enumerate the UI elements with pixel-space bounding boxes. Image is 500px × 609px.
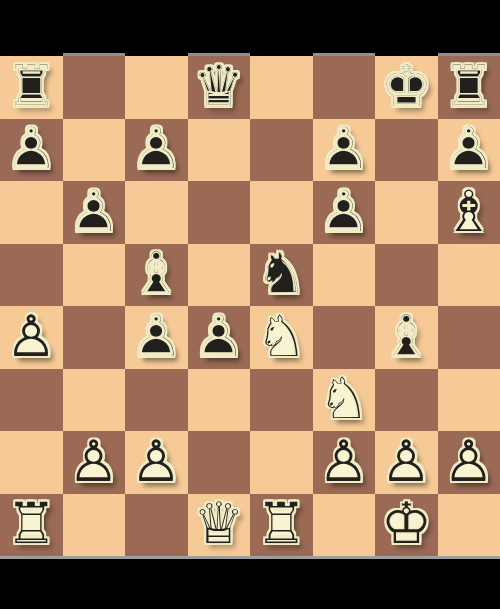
square-c1[interactable] (125, 494, 188, 557)
black-bishop-icon: ♝ (375, 305, 438, 368)
chess-app-screen: ♜♖♛♕♚♔♜♖♟♙♟♙♟♙♟♙♟♙♟♙♝♗♝♗♞♘♟♙♟♙♟♙♞♘♝♗♞♘♟♙… (0, 0, 500, 609)
square-e6[interactable] (250, 181, 313, 244)
piece-white-rook-e1[interactable]: ♜♖ (250, 494, 313, 557)
white-pawn-icon: ♟ (375, 430, 438, 493)
black-pawn-detail-icon: ♙ (188, 305, 251, 368)
bottom-black-bar (0, 559, 500, 609)
black-king-icon: ♚ (375, 55, 438, 118)
square-e5[interactable]: ♞♘ (250, 244, 313, 307)
square-h6[interactable]: ♝♗ (438, 181, 500, 244)
black-pawn-icon: ♟ (125, 305, 188, 368)
white-pawn-icon: ♟ (63, 430, 126, 493)
black-rook-detail-icon: ♖ (0, 55, 63, 118)
black-bishop-detail-icon: ♗ (125, 243, 188, 306)
square-c5[interactable]: ♝♗ (125, 244, 188, 307)
white-pawn-detail-icon: ♙ (0, 305, 63, 368)
white-pawn-detail-icon: ♙ (63, 430, 126, 493)
square-d6[interactable] (188, 181, 251, 244)
square-a5[interactable] (0, 244, 63, 307)
square-d5[interactable] (188, 244, 251, 307)
black-pawn-icon: ♟ (0, 118, 63, 181)
piece-white-pawn-b2[interactable]: ♟♙ (63, 431, 126, 494)
square-a3[interactable] (0, 369, 63, 432)
piece-white-king-g1[interactable]: ♚♔ (375, 494, 438, 557)
black-pawn-icon: ♟ (438, 118, 500, 181)
square-b6[interactable]: ♟♙ (63, 181, 126, 244)
piece-black-pawn-c7[interactable]: ♟♙ (125, 119, 188, 182)
white-pawn-icon: ♟ (125, 430, 188, 493)
black-pawn-detail-icon: ♙ (125, 305, 188, 368)
black-pawn-icon: ♟ (313, 118, 376, 181)
black-pawn-detail-icon: ♙ (125, 118, 188, 181)
white-bishop-icon: ♝ (438, 180, 500, 243)
square-g6[interactable] (375, 181, 438, 244)
piece-white-pawn-c2[interactable]: ♟♙ (125, 431, 188, 494)
square-d2[interactable] (188, 431, 251, 494)
square-f8[interactable] (313, 56, 376, 119)
square-f7[interactable]: ♟♙ (313, 119, 376, 182)
square-c2[interactable]: ♟♙ (125, 431, 188, 494)
square-g2[interactable]: ♟♙ (375, 431, 438, 494)
piece-black-bishop-g4[interactable]: ♝♗ (375, 306, 438, 369)
square-c4[interactable]: ♟♙ (125, 306, 188, 369)
black-rook-icon: ♜ (0, 55, 63, 118)
square-d3[interactable] (188, 369, 251, 432)
black-pawn-detail-icon: ♙ (313, 180, 376, 243)
black-pawn-detail-icon: ♙ (63, 180, 126, 243)
white-knight-icon: ♞ (250, 305, 313, 368)
square-b8[interactable] (63, 56, 126, 119)
square-f1[interactable] (313, 494, 376, 557)
square-f3[interactable]: ♞♘ (313, 369, 376, 432)
black-knight-icon: ♞ (250, 243, 313, 306)
piece-white-rook-a1[interactable]: ♜♖ (0, 494, 63, 557)
white-knight-detail-icon: ♘ (313, 368, 376, 431)
chess-board: ♜♖♛♕♚♔♜♖♟♙♟♙♟♙♟♙♟♙♟♙♝♗♝♗♞♘♟♙♟♙♟♙♞♘♝♗♞♘♟♙… (0, 56, 500, 556)
square-f6[interactable]: ♟♙ (313, 181, 376, 244)
square-a7[interactable]: ♟♙ (0, 119, 63, 182)
square-f4[interactable] (313, 306, 376, 369)
square-h4[interactable] (438, 306, 500, 369)
square-b4[interactable] (63, 306, 126, 369)
black-queen-icon: ♛ (188, 55, 251, 118)
black-pawn-icon: ♟ (188, 305, 251, 368)
square-h7[interactable]: ♟♙ (438, 119, 500, 182)
top-black-bar (0, 0, 500, 56)
piece-black-bishop-c5[interactable]: ♝♗ (125, 244, 188, 307)
square-b1[interactable] (63, 494, 126, 557)
piece-white-pawn-f2[interactable]: ♟♙ (313, 431, 376, 494)
black-bishop-icon: ♝ (125, 243, 188, 306)
piece-black-pawn-b6[interactable]: ♟♙ (63, 181, 126, 244)
square-b7[interactable] (63, 119, 126, 182)
square-a1[interactable]: ♜♖ (0, 494, 63, 557)
square-d8[interactable]: ♛♕ (188, 56, 251, 119)
piece-black-knight-e5[interactable]: ♞♘ (250, 244, 313, 307)
piece-white-bishop-h6[interactable]: ♝♗ (438, 181, 500, 244)
white-rook-detail-icon: ♖ (250, 493, 313, 556)
square-b5[interactable] (63, 244, 126, 307)
black-queen-detail-icon: ♕ (188, 55, 251, 118)
piece-white-pawn-a4[interactable]: ♟♙ (0, 306, 63, 369)
square-h5[interactable] (438, 244, 500, 307)
square-g8[interactable]: ♚♔ (375, 56, 438, 119)
piece-black-rook-a8[interactable]: ♜♖ (0, 56, 63, 119)
piece-black-pawn-d4[interactable]: ♟♙ (188, 306, 251, 369)
black-pawn-detail-icon: ♙ (313, 118, 376, 181)
piece-black-pawn-c4[interactable]: ♟♙ (125, 306, 188, 369)
square-e1[interactable]: ♜♖ (250, 494, 313, 557)
square-g3[interactable] (375, 369, 438, 432)
piece-white-pawn-h2[interactable]: ♟♙ (438, 431, 500, 494)
white-king-detail-icon: ♔ (375, 493, 438, 556)
square-e4[interactable]: ♞♘ (250, 306, 313, 369)
piece-white-pawn-g2[interactable]: ♟♙ (375, 431, 438, 494)
black-knight-detail-icon: ♘ (250, 243, 313, 306)
piece-black-pawn-f6[interactable]: ♟♙ (313, 181, 376, 244)
white-pawn-detail-icon: ♙ (438, 430, 500, 493)
square-g5[interactable] (375, 244, 438, 307)
white-rook-detail-icon: ♖ (0, 493, 63, 556)
white-king-icon: ♚ (375, 493, 438, 556)
square-b2[interactable]: ♟♙ (63, 431, 126, 494)
square-a6[interactable] (0, 181, 63, 244)
square-d1[interactable]: ♛♕ (188, 494, 251, 557)
black-pawn-icon: ♟ (63, 180, 126, 243)
piece-white-queen-d1[interactable]: ♛♕ (188, 494, 251, 557)
square-d4[interactable]: ♟♙ (188, 306, 251, 369)
square-c6[interactable] (125, 181, 188, 244)
white-pawn-icon: ♟ (0, 305, 63, 368)
white-rook-icon: ♜ (0, 493, 63, 556)
square-g1[interactable]: ♚♔ (375, 494, 438, 557)
square-e2[interactable] (250, 431, 313, 494)
square-h1[interactable] (438, 494, 500, 557)
square-a4[interactable]: ♟♙ (0, 306, 63, 369)
black-pawn-detail-icon: ♙ (0, 118, 63, 181)
piece-black-king-g8[interactable]: ♚♔ (375, 56, 438, 119)
piece-white-knight-f3[interactable]: ♞♘ (313, 369, 376, 432)
square-f2[interactable]: ♟♙ (313, 431, 376, 494)
black-king-detail-icon: ♔ (375, 55, 438, 118)
white-pawn-icon: ♟ (313, 430, 376, 493)
piece-white-knight-e4[interactable]: ♞♘ (250, 306, 313, 369)
black-bishop-detail-icon: ♗ (375, 305, 438, 368)
white-bishop-detail-icon: ♗ (438, 180, 500, 243)
white-rook-icon: ♜ (250, 493, 313, 556)
square-a2[interactable] (0, 431, 63, 494)
square-g7[interactable] (375, 119, 438, 182)
white-pawn-detail-icon: ♙ (375, 430, 438, 493)
black-pawn-detail-icon: ♙ (438, 118, 500, 181)
square-e3[interactable] (250, 369, 313, 432)
white-pawn-icon: ♟ (438, 430, 500, 493)
square-c8[interactable] (125, 56, 188, 119)
square-a8[interactable]: ♜♖ (0, 56, 63, 119)
black-rook-detail-icon: ♖ (438, 55, 500, 118)
piece-black-pawn-a7[interactable]: ♟♙ (0, 119, 63, 182)
black-rook-icon: ♜ (438, 55, 500, 118)
white-pawn-detail-icon: ♙ (125, 430, 188, 493)
square-h2[interactable]: ♟♙ (438, 431, 500, 494)
white-pawn-detail-icon: ♙ (313, 430, 376, 493)
square-c7[interactable]: ♟♙ (125, 119, 188, 182)
square-e7[interactable] (250, 119, 313, 182)
square-h8[interactable]: ♜♖ (438, 56, 500, 119)
square-e8[interactable] (250, 56, 313, 119)
square-d7[interactable] (188, 119, 251, 182)
white-queen-detail-icon: ♕ (188, 493, 251, 556)
white-knight-detail-icon: ♘ (250, 305, 313, 368)
square-g4[interactable]: ♝♗ (375, 306, 438, 369)
black-pawn-icon: ♟ (125, 118, 188, 181)
white-knight-icon: ♞ (313, 368, 376, 431)
square-h3[interactable] (438, 369, 500, 432)
black-pawn-icon: ♟ (313, 180, 376, 243)
square-c3[interactable] (125, 369, 188, 432)
white-queen-icon: ♛ (188, 493, 251, 556)
piece-black-rook-h8[interactable]: ♜♖ (438, 56, 500, 119)
square-b3[interactable] (63, 369, 126, 432)
square-f5[interactable] (313, 244, 376, 307)
piece-black-pawn-f7[interactable]: ♟♙ (313, 119, 376, 182)
piece-black-queen-d8[interactable]: ♛♕ (188, 56, 251, 119)
piece-black-pawn-h7[interactable]: ♟♙ (438, 119, 500, 182)
